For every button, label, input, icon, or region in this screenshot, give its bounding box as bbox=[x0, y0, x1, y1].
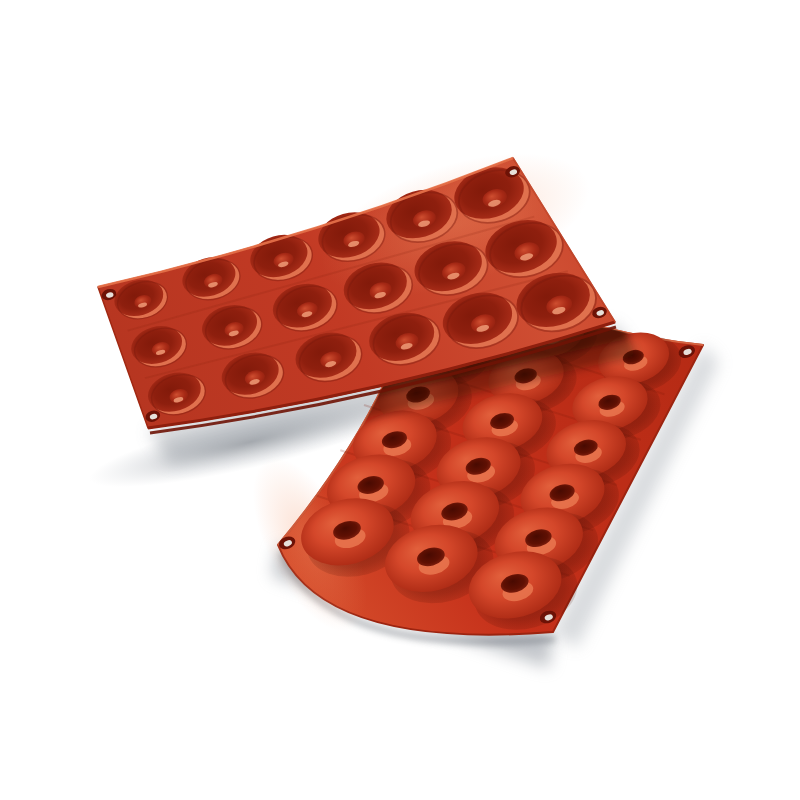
product-photo bbox=[0, 0, 800, 800]
mold-scene bbox=[0, 0, 800, 800]
